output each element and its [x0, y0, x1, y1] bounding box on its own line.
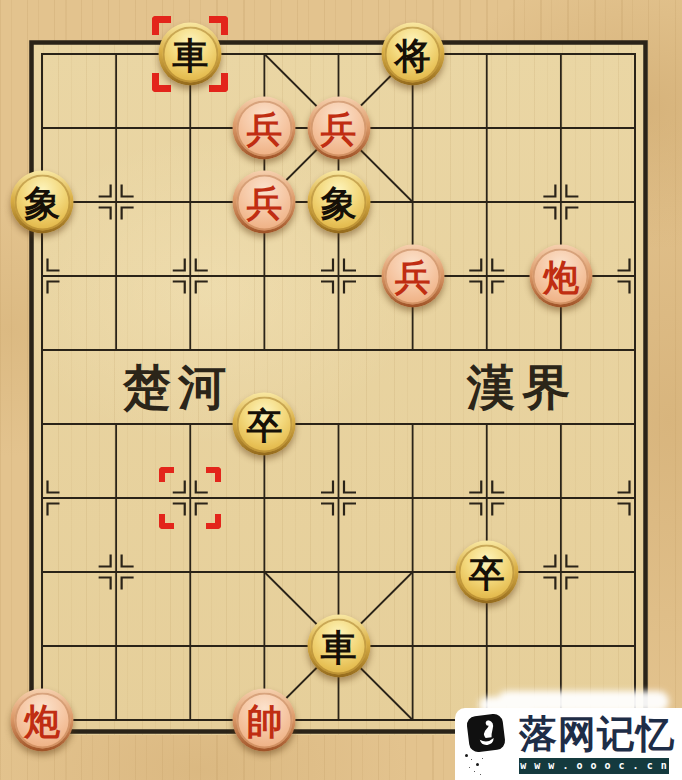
swan-icon: [469, 716, 502, 749]
piece-glyph: 兵: [246, 110, 282, 146]
piece-red-cannon[interactable]: 炮: [529, 245, 592, 308]
watermark-logo-icon: [466, 713, 506, 753]
piece-glyph: 卒: [246, 406, 282, 442]
piece-red-soldier[interactable]: 兵: [381, 245, 444, 308]
watermark-title: 落网记忆: [519, 711, 679, 757]
bracket-corner: [159, 514, 174, 529]
river-label-chu-he: 楚河: [123, 352, 233, 424]
piece-glyph: 兵: [321, 110, 357, 146]
piece-black-general[interactable]: 将: [381, 23, 444, 86]
piece-black-elephant[interactable]: 象: [307, 171, 370, 234]
piece-glyph: 卒: [469, 554, 505, 590]
piece-glyph: 象: [321, 184, 357, 220]
piece-glyph: 車: [172, 36, 208, 72]
bracket-corner: [206, 467, 221, 482]
watermark-speckles: [465, 754, 468, 757]
piece-glyph: 炮: [543, 258, 579, 294]
piece-red-soldier[interactable]: 兵: [233, 171, 296, 234]
piece-red-soldier[interactable]: 兵: [307, 97, 370, 160]
piece-glyph: 車: [321, 628, 357, 664]
piece-black-soldier[interactable]: 卒: [455, 541, 518, 604]
piece-black-soldier[interactable]: 卒: [233, 393, 296, 456]
piece-glyph: 兵: [246, 184, 282, 220]
watermark-url: w w w . o o o c . c n: [519, 758, 669, 774]
piece-glyph: 将: [395, 36, 431, 72]
xiangqi-screenshot: 楚河 漢界 車将兵兵象兵象兵炮卒卒車炮帥 落网记忆 w w w . o o o …: [0, 0, 682, 780]
bracket-corner: [159, 467, 174, 482]
piece-black-elephant[interactable]: 象: [11, 171, 74, 234]
river-label-han-jie: 漢界: [467, 352, 577, 424]
last-move-from-highlight: [159, 467, 221, 529]
piece-black-chariot[interactable]: 車: [159, 23, 222, 86]
piece-glyph: 帥: [246, 702, 282, 738]
bracket-corner: [206, 514, 221, 529]
site-watermark: 落网记忆 w w w . o o o c . c n: [455, 708, 682, 780]
piece-red-general[interactable]: 帥: [233, 689, 296, 752]
piece-glyph: 象: [24, 184, 60, 220]
piece-glyph: 炮: [24, 702, 60, 738]
piece-black-chariot[interactable]: 車: [307, 615, 370, 678]
piece-red-cannon[interactable]: 炮: [11, 689, 74, 752]
piece-glyph: 兵: [395, 258, 431, 294]
piece-red-soldier[interactable]: 兵: [233, 97, 296, 160]
